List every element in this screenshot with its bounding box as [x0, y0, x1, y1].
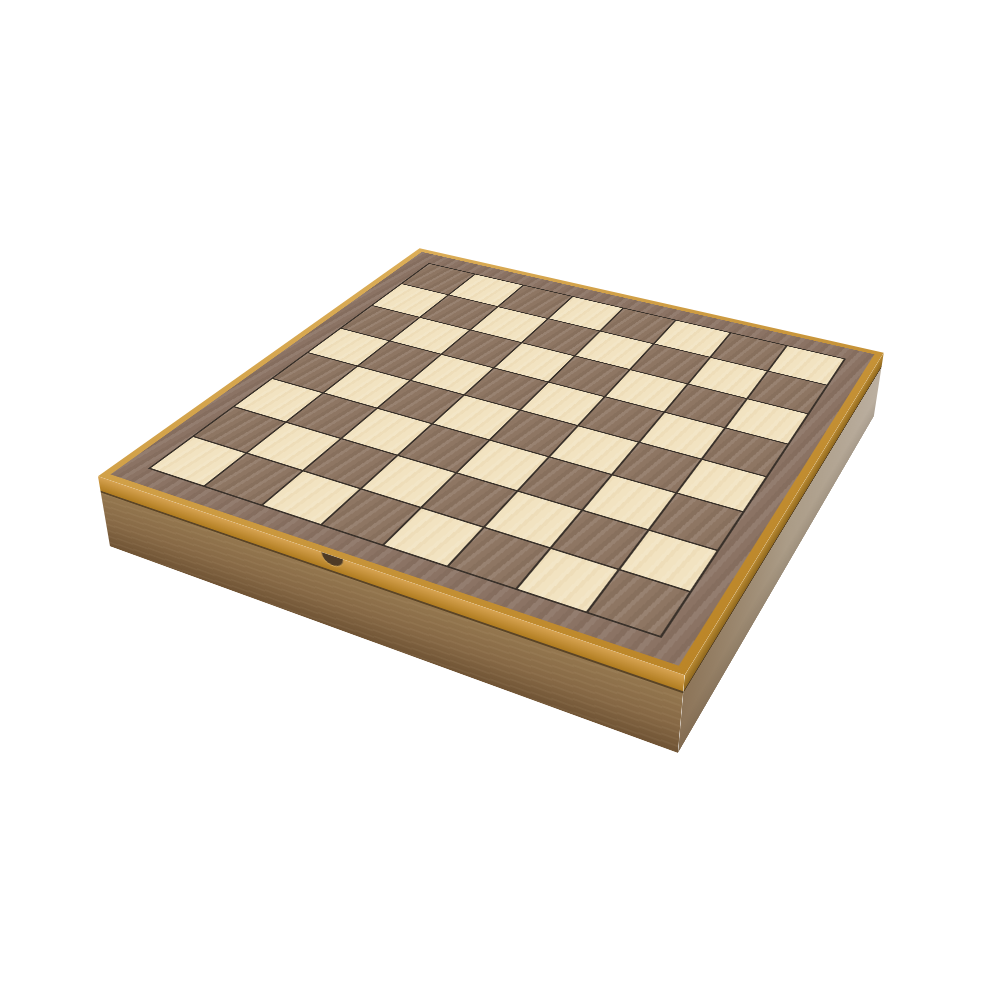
chess-box	[98, 248, 884, 675]
scene	[0, 0, 1000, 1000]
